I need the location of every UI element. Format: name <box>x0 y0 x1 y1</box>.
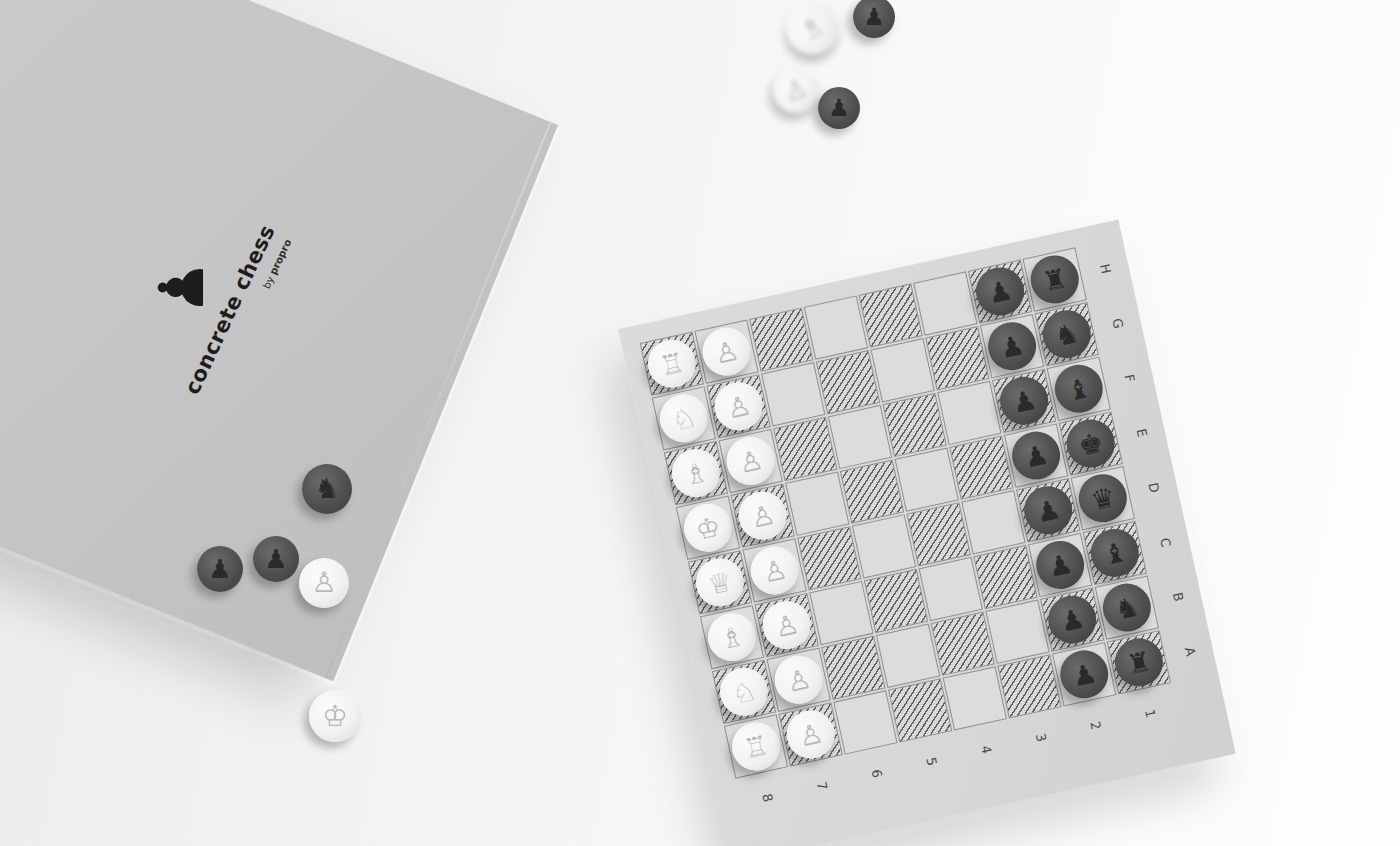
square-d6[interactable] <box>797 526 861 590</box>
king-icon: ♚ <box>1076 428 1105 460</box>
square-g4[interactable] <box>870 338 934 402</box>
square-h5[interactable] <box>804 295 868 359</box>
pawn-icon: ♟ <box>985 276 1014 308</box>
square-d4[interactable] <box>907 502 971 566</box>
piece-dark-pawn-e2[interactable]: ♟ <box>1007 427 1064 484</box>
knight-icon: ♘ <box>729 676 758 708</box>
pawn-icon: ♙ <box>712 336 741 368</box>
square-c8[interactable]: ♗ <box>700 605 764 669</box>
piece-dark-bishop-c1[interactable]: ♝ <box>1086 524 1143 581</box>
square-h7[interactable]: ♙ <box>694 319 758 383</box>
file-label-b: B <box>1155 566 1200 626</box>
bishop-icon: ♗ <box>717 621 746 653</box>
king-icon: ♔ <box>693 512 722 544</box>
piece-dark-pawn-a2[interactable]: ♟ <box>1056 646 1113 703</box>
square-c6[interactable] <box>809 581 873 645</box>
square-f1[interactable]: ♝ <box>1047 357 1111 421</box>
piece-dark-pawn-d2[interactable]: ♟ <box>1020 482 1077 539</box>
piece-dark-knight-b1[interactable]: ♞ <box>1098 579 1155 636</box>
chess-board: ♖♙♟♜♘♙♟♞♗♙♟♝♔♙♟♚♕♙♟♛♗♙♟♝♘♙♟♞♖♙♟♜ <box>640 247 1171 778</box>
extra-dark-pawn-top-2[interactable]: ♟ <box>818 87 860 129</box>
square-h4[interactable] <box>858 283 922 347</box>
square-a7[interactable]: ♙ <box>779 702 843 766</box>
square-b2[interactable]: ♟ <box>1040 587 1104 651</box>
rank-label-3: 3 <box>1011 715 1071 760</box>
file-label-d: D <box>1131 457 1176 517</box>
piece-dark-pawn-h2[interactable]: ♟ <box>971 263 1028 320</box>
rank-label-2: 2 <box>1065 703 1125 748</box>
piece-white-queen-d8[interactable]: ♕ <box>691 554 748 611</box>
piece-white-king-e8[interactable]: ♔ <box>679 499 736 556</box>
piece-white-rook-a8[interactable]: ♖ <box>727 718 784 775</box>
pawn-icon: ♙ <box>781 74 810 105</box>
square-a6[interactable] <box>833 690 897 754</box>
square-b6[interactable] <box>821 636 885 700</box>
piece-dark-pawn-f2[interactable]: ♟ <box>995 372 1052 429</box>
square-c2[interactable]: ♟ <box>1028 533 1092 597</box>
rank-label-5: 5 <box>901 739 961 784</box>
pawn-icon: ♟ <box>997 330 1026 362</box>
square-g8[interactable]: ♘ <box>652 386 716 450</box>
square-a3[interactable] <box>997 654 1061 718</box>
piece-white-pawn-f7[interactable]: ♙ <box>722 432 779 489</box>
piece-dark-pawn-c2[interactable]: ♟ <box>1032 536 1089 593</box>
square-g7[interactable]: ♙ <box>706 374 770 438</box>
extra-white-bishop-top[interactable]: ♗ <box>776 0 848 64</box>
bishop-icon: ♗ <box>793 9 831 48</box>
square-b5[interactable] <box>876 624 940 688</box>
pawn-icon: ♟ <box>151 259 213 315</box>
piece-dark-rook-h1[interactable]: ♜ <box>1026 251 1083 308</box>
piece-dark-knight-g1[interactable]: ♞ <box>1038 306 1095 363</box>
pawn-icon: ♟ <box>1021 440 1050 472</box>
bishop-icon: ♝ <box>1100 537 1129 569</box>
piece-white-pawn-h7[interactable]: ♙ <box>698 323 755 380</box>
rank-label-1: 1 <box>1120 691 1180 736</box>
piece-white-pawn-c7[interactable]: ♙ <box>758 596 815 653</box>
file-label-e: E <box>1119 402 1164 462</box>
extra-white-king-bottom[interactable]: ♔ <box>309 690 361 742</box>
square-e7[interactable]: ♙ <box>730 484 794 548</box>
square-h1[interactable]: ♜ <box>1023 247 1087 311</box>
queen-icon: ♛ <box>1088 482 1117 514</box>
piece-white-pawn-e7[interactable]: ♙ <box>734 487 791 544</box>
rook-icon: ♜ <box>1040 264 1069 296</box>
pawn-icon: ♙ <box>724 391 753 423</box>
square-a1[interactable]: ♜ <box>1107 630 1171 694</box>
square-b7[interactable]: ♙ <box>767 648 831 712</box>
bishop-icon: ♗ <box>681 457 710 489</box>
pawn-icon: ♟ <box>828 96 850 120</box>
pawn-icon: ♟ <box>1033 494 1062 526</box>
piece-white-bishop-f8[interactable]: ♗ <box>667 444 724 501</box>
extra-dark-pawn-top-1[interactable]: ♟ <box>853 0 895 38</box>
pawn-icon: ♙ <box>784 664 813 696</box>
square-e6[interactable] <box>785 472 849 536</box>
rank-label-6: 6 <box>847 751 907 796</box>
knight-icon: ♞ <box>314 475 339 503</box>
square-b8[interactable]: ♘ <box>712 660 776 724</box>
square-h8[interactable]: ♖ <box>640 331 704 395</box>
pawn-icon: ♟ <box>208 556 231 582</box>
piece-white-knight-g8[interactable]: ♘ <box>655 390 712 447</box>
square-e1[interactable]: ♚ <box>1059 411 1123 475</box>
square-c3[interactable] <box>973 545 1037 609</box>
rook-icon: ♖ <box>657 348 686 380</box>
chess-board-slab: ♖♙♟♜♘♙♟♞♗♙♟♝♔♙♟♚♕♙♟♛♗♙♟♝♘♙♟♞♖♙♟♜ HGFEDCB… <box>618 219 1236 846</box>
rook-icon: ♖ <box>741 731 770 763</box>
extra-white-pawn-on-box[interactable]: ♙ <box>299 558 349 608</box>
pawn-icon: ♙ <box>748 500 777 532</box>
square-e3[interactable] <box>949 435 1013 499</box>
square-a2[interactable]: ♟ <box>1052 642 1116 706</box>
piece-white-pawn-d7[interactable]: ♙ <box>746 542 803 599</box>
square-b4[interactable] <box>931 612 995 676</box>
piece-dark-rook-a1[interactable]: ♜ <box>1110 634 1167 691</box>
square-d8[interactable]: ♕ <box>688 550 752 614</box>
extra-white-pawn-top[interactable]: ♙ <box>768 62 824 118</box>
king-icon: ♔ <box>322 702 348 731</box>
square-h6[interactable] <box>749 307 813 371</box>
square-g3[interactable] <box>925 326 989 390</box>
piece-dark-king-e1[interactable]: ♚ <box>1062 415 1119 472</box>
square-e5[interactable] <box>840 459 904 523</box>
file-label-g: G <box>1095 293 1140 353</box>
rook-icon: ♜ <box>1124 647 1153 679</box>
square-e8[interactable]: ♔ <box>676 496 740 560</box>
pawn-icon: ♙ <box>311 569 336 597</box>
square-g5[interactable] <box>816 350 880 414</box>
piece-white-rook-h8[interactable]: ♖ <box>643 335 700 392</box>
square-e4[interactable] <box>895 447 959 511</box>
queen-icon: ♕ <box>705 567 734 599</box>
pawn-icon: ♟ <box>1057 604 1086 636</box>
extra-dark-pawn-on-box-2[interactable]: ♟ <box>253 536 299 582</box>
file-label-a: A <box>1167 621 1212 681</box>
knight-icon: ♘ <box>669 403 698 435</box>
square-d2[interactable]: ♟ <box>1016 478 1080 542</box>
square-d3[interactable] <box>961 490 1025 554</box>
knight-icon: ♞ <box>1052 318 1081 350</box>
square-a4[interactable] <box>943 666 1007 730</box>
pawn-icon: ♙ <box>796 719 825 751</box>
square-a5[interactable] <box>888 678 952 742</box>
square-f2[interactable]: ♟ <box>992 369 1056 433</box>
file-label-c: C <box>1143 512 1188 572</box>
pawn-icon: ♙ <box>736 445 765 477</box>
piece-white-pawn-a7[interactable]: ♙ <box>782 706 839 763</box>
product-photo-scene: ♟ concrete chess by propro ♖♙♟♜♘♙♟♞♗♙♟♝♔… <box>0 0 1400 846</box>
square-a8[interactable]: ♖ <box>724 714 788 778</box>
square-b1[interactable]: ♞ <box>1095 575 1159 639</box>
piece-dark-bishop-f1[interactable]: ♝ <box>1050 360 1107 417</box>
square-c5[interactable] <box>864 569 928 633</box>
square-g1[interactable]: ♞ <box>1035 302 1099 366</box>
rank-label-8: 8 <box>737 775 797 820</box>
file-label-h: H <box>1083 238 1128 298</box>
square-d5[interactable] <box>852 514 916 578</box>
square-c1[interactable]: ♝ <box>1083 521 1147 585</box>
square-f5[interactable] <box>828 405 892 469</box>
piece-white-bishop-c8[interactable]: ♗ <box>703 609 760 666</box>
rank-label-4: 4 <box>956 727 1016 772</box>
piece-white-pawn-b7[interactable]: ♙ <box>770 651 827 708</box>
pawn-icon: ♟ <box>1009 385 1038 417</box>
square-f3[interactable] <box>937 381 1001 445</box>
square-f4[interactable] <box>883 393 947 457</box>
piece-white-pawn-g7[interactable]: ♙ <box>710 378 767 435</box>
square-e2[interactable]: ♟ <box>1004 423 1068 487</box>
pawn-icon: ♟ <box>264 546 287 572</box>
bishop-icon: ♝ <box>1064 373 1093 405</box>
extra-dark-knight-on-box[interactable]: ♞ <box>302 464 352 514</box>
pawn-icon: ♙ <box>760 555 789 587</box>
piece-dark-queen-d1[interactable]: ♛ <box>1074 470 1131 527</box>
extra-dark-pawn-on-box-1[interactable]: ♟ <box>197 546 243 592</box>
square-c4[interactable] <box>919 557 983 621</box>
square-c7[interactable]: ♙ <box>755 593 819 657</box>
pawn-icon: ♟ <box>1045 549 1074 581</box>
piece-white-knight-b8[interactable]: ♘ <box>715 663 772 720</box>
square-b3[interactable] <box>985 600 1049 664</box>
square-h2[interactable]: ♟ <box>968 259 1032 323</box>
file-label-f: F <box>1107 348 1152 408</box>
square-h3[interactable] <box>913 271 977 335</box>
square-f6[interactable] <box>773 417 837 481</box>
square-g6[interactable] <box>761 362 825 426</box>
square-d7[interactable]: ♙ <box>742 538 806 602</box>
pawn-icon: ♟ <box>863 5 885 29</box>
square-f8[interactable]: ♗ <box>664 441 728 505</box>
square-f7[interactable]: ♙ <box>718 429 782 493</box>
pawn-icon: ♙ <box>772 609 801 641</box>
rank-label-7: 7 <box>792 763 852 808</box>
piece-dark-pawn-g2[interactable]: ♟ <box>983 318 1040 375</box>
square-g2[interactable]: ♟ <box>980 314 1044 378</box>
pawn-icon: ♟ <box>1069 659 1098 691</box>
piece-dark-pawn-b2[interactable]: ♟ <box>1044 591 1101 648</box>
knight-icon: ♞ <box>1112 592 1141 624</box>
square-d1[interactable]: ♛ <box>1071 466 1135 530</box>
